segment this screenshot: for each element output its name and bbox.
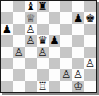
square-a2[interactable]: [1, 69, 13, 80]
square-c8[interactable]: ♝: [25, 1, 37, 12]
square-h4[interactable]: [84, 47, 96, 58]
square-e1[interactable]: [49, 81, 61, 92]
piece-white-king[interactable]: ♔: [73, 81, 83, 92]
square-e7[interactable]: [49, 12, 61, 23]
square-c4[interactable]: [25, 47, 37, 58]
square-e3[interactable]: [49, 58, 61, 69]
square-g7[interactable]: ♟: [72, 12, 84, 23]
square-e4[interactable]: [49, 47, 61, 58]
square-c3[interactable]: [25, 58, 37, 69]
square-d5[interactable]: ♛: [37, 35, 49, 46]
square-h7[interactable]: ♚: [84, 12, 96, 23]
square-b7[interactable]: [13, 12, 25, 23]
piece-black-rook[interactable]: ♜: [38, 1, 48, 12]
square-f6[interactable]: [60, 24, 72, 35]
square-b4[interactable]: ♙: [13, 47, 25, 58]
square-d3[interactable]: [37, 58, 49, 69]
square-h5[interactable]: [84, 35, 96, 46]
square-b3[interactable]: [13, 58, 25, 69]
piece-white-rook[interactable]: ♖: [38, 81, 48, 92]
chess-board: ♝♜♕♟♚♟♙♙♛♟♙♙♙♙♙♖♔: [0, 0, 97, 93]
square-c2[interactable]: [25, 69, 37, 80]
square-g1[interactable]: ♔: [72, 81, 84, 92]
square-f4[interactable]: [60, 47, 72, 58]
square-f7[interactable]: [60, 12, 72, 23]
square-h6[interactable]: [84, 24, 96, 35]
square-f1[interactable]: [60, 81, 72, 92]
square-f3[interactable]: [60, 58, 72, 69]
square-c7[interactable]: ♕: [25, 12, 37, 23]
square-e5[interactable]: ♟: [49, 35, 61, 46]
square-d7[interactable]: [37, 12, 49, 23]
square-b5[interactable]: [13, 35, 25, 46]
square-b8[interactable]: [13, 1, 25, 12]
square-g8[interactable]: [72, 1, 84, 12]
piece-white-pawn[interactable]: ♙: [85, 58, 95, 69]
square-h2[interactable]: [84, 69, 96, 80]
square-a1[interactable]: [1, 81, 13, 92]
square-d2[interactable]: [37, 69, 49, 80]
piece-black-pawn[interactable]: ♟: [73, 12, 83, 23]
square-e2[interactable]: [49, 69, 61, 80]
piece-black-queen[interactable]: ♛: [38, 35, 48, 46]
square-g4[interactable]: [72, 47, 84, 58]
square-e8[interactable]: [49, 1, 61, 12]
square-g2[interactable]: ♙: [72, 69, 84, 80]
square-b2[interactable]: [13, 69, 25, 80]
square-f2[interactable]: ♙: [60, 69, 72, 80]
square-a4[interactable]: [1, 47, 13, 58]
square-a8[interactable]: [1, 1, 13, 12]
square-d8[interactable]: ♜: [37, 1, 49, 12]
square-c6[interactable]: ♙: [25, 24, 37, 35]
square-h8[interactable]: [84, 1, 96, 12]
square-e6[interactable]: [49, 24, 61, 35]
piece-white-pawn[interactable]: ♙: [26, 35, 36, 46]
square-g3[interactable]: [72, 58, 84, 69]
piece-white-pawn[interactable]: ♙: [61, 69, 71, 80]
piece-black-pawn[interactable]: ♟: [2, 24, 12, 35]
square-c1[interactable]: [25, 81, 37, 92]
piece-white-pawn[interactable]: ♙: [38, 47, 48, 58]
piece-black-king[interactable]: ♚: [85, 12, 95, 23]
square-d6[interactable]: [37, 24, 49, 35]
square-d1[interactable]: ♖: [37, 81, 49, 92]
square-g5[interactable]: [72, 35, 84, 46]
piece-white-pawn[interactable]: ♙: [26, 24, 36, 35]
square-b1[interactable]: [13, 81, 25, 92]
square-f5[interactable]: [60, 35, 72, 46]
square-h1[interactable]: [84, 81, 96, 92]
square-a5[interactable]: [1, 35, 13, 46]
piece-white-pawn[interactable]: ♙: [14, 47, 24, 58]
chess-diagram: ♝♜♕♟♚♟♙♙♛♟♙♙♙♙♙♖♔: [0, 0, 99, 96]
piece-black-pawn[interactable]: ♟: [50, 35, 60, 46]
square-c5[interactable]: ♙: [25, 35, 37, 46]
square-g6[interactable]: [72, 24, 84, 35]
square-a3[interactable]: [1, 58, 13, 69]
square-a7[interactable]: [1, 12, 13, 23]
square-b6[interactable]: [13, 24, 25, 35]
piece-white-queen[interactable]: ♕: [26, 12, 36, 23]
square-a6[interactable]: ♟: [1, 24, 13, 35]
square-d4[interactable]: ♙: [37, 47, 49, 58]
piece-black-bishop[interactable]: ♝: [26, 1, 36, 12]
piece-white-pawn[interactable]: ♙: [73, 69, 83, 80]
square-f8[interactable]: [60, 1, 72, 12]
square-h3[interactable]: ♙: [84, 58, 96, 69]
